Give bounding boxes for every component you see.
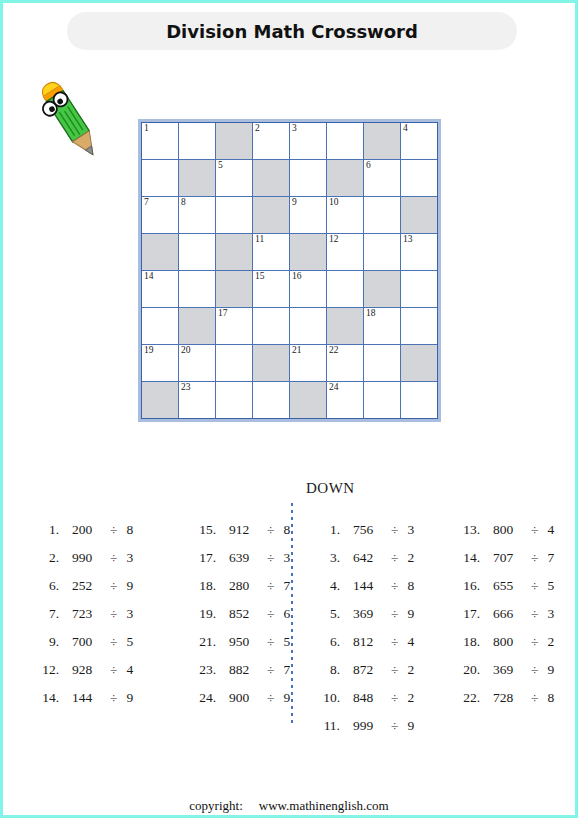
grid-cell-r6c7[interactable]: 18	[364, 308, 400, 344]
divide-icon: ÷	[267, 522, 274, 538]
down-header: DOWN	[306, 480, 355, 497]
clue-item-12: 12.928÷4	[29, 656, 133, 684]
divide-icon: ÷	[391, 634, 398, 650]
clue-dividend: 912	[229, 522, 261, 538]
clue-divisor: 9	[547, 662, 554, 678]
grid-cell-r8c8[interactable]	[401, 382, 437, 418]
cell-clue-number: 12	[329, 234, 339, 245]
across-list-col1: 1.200÷82.990÷36.252÷97.723÷39.700÷512.92…	[29, 516, 133, 712]
cell-clue-number: 6	[366, 160, 371, 171]
clue-number: 20.	[450, 662, 480, 678]
down-list-col1: 1.756÷33.642÷24.144÷85.369÷96.812÷48.872…	[310, 516, 414, 740]
grid-cell-r4c8[interactable]: 13	[401, 234, 437, 270]
clue-divisor: 3	[407, 522, 414, 538]
clue-divisor: 9	[407, 718, 414, 734]
clue-item-11: 11.999÷9	[310, 712, 414, 740]
site-url: www.mathinenglish.com	[259, 798, 389, 814]
crossword-grid-frame: 123456789101112131415161718192021222324	[138, 119, 441, 422]
clue-dividend: 928	[72, 662, 104, 678]
divide-icon: ÷	[531, 578, 538, 594]
grid-cell-r3c2[interactable]: 8	[179, 197, 215, 233]
cell-clue-number: 18	[366, 308, 376, 319]
cell-clue-number: 11	[255, 234, 264, 245]
clue-item-4: 4.144÷8	[310, 572, 414, 600]
cell-clue-number: 13	[403, 234, 413, 245]
grid-cell-r2c3[interactable]: 5	[216, 160, 252, 196]
divide-icon: ÷	[110, 522, 117, 538]
clue-number: 22.	[450, 690, 480, 706]
cell-clue-number: 1	[144, 123, 149, 134]
grid-cell-r8c7[interactable]	[364, 382, 400, 418]
clue-dividend: 848	[353, 690, 385, 706]
grid-cell-r7c4	[253, 345, 289, 381]
divide-icon: ÷	[267, 606, 274, 622]
grid-cell-r2c7[interactable]: 6	[364, 160, 400, 196]
clue-item-21: 21.950÷5	[186, 628, 290, 656]
clue-number: 24.	[186, 690, 216, 706]
clue-dividend: 900	[229, 690, 261, 706]
clue-item-18: 18.800÷2	[450, 628, 554, 656]
cell-clue-number: 5	[218, 160, 223, 171]
grid-cell-r4c1	[142, 234, 178, 270]
clue-dividend: 707	[493, 550, 525, 566]
grid-cell-r3c3[interactable]	[216, 197, 252, 233]
clue-number: 14.	[29, 690, 59, 706]
clue-divisor: 9	[126, 578, 133, 594]
clue-item-1: 1.200÷8	[29, 516, 133, 544]
clue-item-6: 6.812÷4	[310, 628, 414, 656]
divide-icon: ÷	[267, 662, 274, 678]
clue-dividend: 700	[72, 634, 104, 650]
grid-cell-r3c7[interactable]	[364, 197, 400, 233]
clue-divider	[291, 503, 293, 725]
clue-number: 15.	[186, 522, 216, 538]
clue-item-5: 5.369÷9	[310, 600, 414, 628]
divide-icon: ÷	[110, 634, 117, 650]
grid-cell-r8c1	[142, 382, 178, 418]
grid-cell-r2c8[interactable]	[401, 160, 437, 196]
clue-item-6: 6.252÷9	[29, 572, 133, 600]
clue-number: 11.	[310, 718, 340, 734]
worksheet-page: Division Math Crossword 1234567891011121…	[0, 0, 578, 818]
grid-cell-r1c1[interactable]: 1	[142, 123, 178, 159]
cell-clue-number: 15	[255, 271, 265, 282]
grid-cell-r2c2	[179, 160, 215, 196]
grid-cell-r2c1[interactable]	[142, 160, 178, 196]
clue-divisor: 3	[126, 550, 133, 566]
clue-divisor: 7	[547, 550, 554, 566]
clue-item-13: 13.800÷4	[450, 516, 554, 544]
clue-number: 9.	[29, 634, 59, 650]
clue-number: 6.	[310, 634, 340, 650]
down-list-col2: 13.800÷414.707÷716.655÷517.666÷318.800÷2…	[450, 516, 554, 712]
clue-number: 12.	[29, 662, 59, 678]
clue-number: 5.	[310, 606, 340, 622]
clue-item-23: 23.882÷7	[186, 656, 290, 684]
clue-dividend: 872	[353, 662, 385, 678]
grid-cell-r5c6[interactable]	[327, 271, 363, 307]
grid-cell-r5c2[interactable]	[179, 271, 215, 307]
clue-dividend: 800	[493, 522, 525, 538]
divide-icon: ÷	[391, 550, 398, 566]
clue-dividend: 642	[353, 550, 385, 566]
clue-divisor: 9	[407, 606, 414, 622]
cell-clue-number: 9	[292, 197, 297, 208]
grid-cell-r5c1[interactable]: 14	[142, 271, 178, 307]
clue-divisor: 4	[407, 634, 414, 650]
clue-divisor: 2	[407, 690, 414, 706]
cell-clue-number: 23	[181, 382, 191, 393]
grid-cell-r4c2[interactable]	[179, 234, 215, 270]
clue-divisor: 9	[126, 690, 133, 706]
divide-icon: ÷	[531, 550, 538, 566]
divide-icon: ÷	[391, 662, 398, 678]
clue-number: 23.	[186, 662, 216, 678]
clue-dividend: 728	[493, 690, 525, 706]
across-list-col2: 15.912÷817.639÷318.280÷719.852÷621.950÷5…	[186, 516, 290, 712]
grid-cell-r4c3	[216, 234, 252, 270]
grid-cell-r5c3	[216, 271, 252, 307]
grid-cell-r1c3	[216, 123, 252, 159]
clue-item-10: 10.848÷2	[310, 684, 414, 712]
clue-dividend: 723	[72, 606, 104, 622]
grid-cell-r8c5	[290, 382, 326, 418]
grid-cell-r3c1[interactable]: 7	[142, 197, 178, 233]
clue-divisor: 9	[283, 690, 290, 706]
clue-number: 2.	[29, 550, 59, 566]
grid-cell-r1c4[interactable]: 2	[253, 123, 289, 159]
clue-item-16: 16.655÷5	[450, 572, 554, 600]
grid-cell-r4c5	[290, 234, 326, 270]
cell-clue-number: 22	[329, 345, 339, 356]
copyright-label: copyright:	[189, 798, 242, 814]
grid-cell-r8c6[interactable]: 24	[327, 382, 363, 418]
clue-number: 13.	[450, 522, 480, 538]
divide-icon: ÷	[391, 606, 398, 622]
clue-dividend: 852	[229, 606, 261, 622]
clue-divisor: 8	[126, 522, 133, 538]
grid-cell-r4c4[interactable]: 11	[253, 234, 289, 270]
grid-cell-r6c1[interactable]	[142, 308, 178, 344]
cell-clue-number: 24	[329, 382, 339, 393]
clue-dividend: 144	[72, 690, 104, 706]
clue-divisor: 8	[547, 690, 554, 706]
clue-dividend: 639	[229, 550, 261, 566]
grid-cell-r4c6[interactable]: 12	[327, 234, 363, 270]
divide-icon: ÷	[110, 550, 117, 566]
grid-cell-r1c7	[364, 123, 400, 159]
cell-clue-number: 8	[181, 197, 186, 208]
clue-divisor: 2	[407, 550, 414, 566]
grid-cell-r6c8[interactable]	[401, 308, 437, 344]
grid-cell-r8c4[interactable]	[253, 382, 289, 418]
clue-divisor: 6	[283, 606, 290, 622]
clue-item-8: 8.872÷2	[310, 656, 414, 684]
divide-icon: ÷	[531, 606, 538, 622]
divide-icon: ÷	[267, 690, 274, 706]
grid-cell-r7c3[interactable]	[216, 345, 252, 381]
grid-cell-r5c7	[364, 271, 400, 307]
divide-icon: ÷	[531, 634, 538, 650]
grid-cell-r8c2[interactable]: 23	[179, 382, 215, 418]
grid-cell-r7c6[interactable]: 22	[327, 345, 363, 381]
divide-icon: ÷	[391, 522, 398, 538]
clue-number: 21.	[186, 634, 216, 650]
clue-number: 1.	[310, 522, 340, 538]
divide-icon: ÷	[391, 578, 398, 594]
clue-number: 19.	[186, 606, 216, 622]
divide-icon: ÷	[110, 690, 117, 706]
clue-dividend: 144	[353, 578, 385, 594]
clue-item-2: 2.990÷3	[29, 544, 133, 572]
clue-number: 7.	[29, 606, 59, 622]
clue-item-3: 3.642÷2	[310, 544, 414, 572]
clue-number: 18.	[186, 578, 216, 594]
clue-item-17: 17.666÷3	[450, 600, 554, 628]
clue-dividend: 655	[493, 578, 525, 594]
clue-item-15: 15.912÷8	[186, 516, 290, 544]
grid-cell-r1c8[interactable]: 4	[401, 123, 437, 159]
grid-cell-r2c5[interactable]	[290, 160, 326, 196]
divide-icon: ÷	[267, 634, 274, 650]
cell-clue-number: 3	[292, 123, 297, 134]
clue-item-1: 1.756÷3	[310, 516, 414, 544]
cell-clue-number: 16	[292, 271, 302, 282]
clue-dividend: 999	[353, 718, 385, 734]
clue-number: 18.	[450, 634, 480, 650]
clue-dividend: 756	[353, 522, 385, 538]
clue-item-22: 22.728÷8	[450, 684, 554, 712]
divide-icon: ÷	[391, 690, 398, 706]
page-title: Division Math Crossword	[166, 21, 418, 42]
clue-number: 14.	[450, 550, 480, 566]
clue-number: 6.	[29, 578, 59, 594]
cell-clue-number: 19	[144, 345, 154, 356]
clue-number: 8.	[310, 662, 340, 678]
clue-dividend: 280	[229, 578, 261, 594]
pencil-mascot-icon	[31, 73, 111, 173]
footer: copyright: www.mathinenglish.com	[3, 798, 575, 814]
divide-icon: ÷	[110, 662, 117, 678]
clue-item-20: 20.369÷9	[450, 656, 554, 684]
clue-dividend: 990	[72, 550, 104, 566]
clue-divisor: 2	[407, 662, 414, 678]
grid-cell-r2c4	[253, 160, 289, 196]
clue-number: 1.	[29, 522, 59, 538]
grid-cell-r7c7[interactable]	[364, 345, 400, 381]
cell-clue-number: 20	[181, 345, 191, 356]
divide-icon: ÷	[110, 606, 117, 622]
grid-cell-r5c8[interactable]	[401, 271, 437, 307]
clue-number: 4.	[310, 578, 340, 594]
grid-cell-r5c5[interactable]: 16	[290, 271, 326, 307]
grid-cell-r6c4[interactable]	[253, 308, 289, 344]
clue-divisor: 5	[547, 578, 554, 594]
grid-cell-r1c5[interactable]: 3	[290, 123, 326, 159]
clue-dividend: 369	[353, 606, 385, 622]
grid-cell-r7c2[interactable]: 20	[179, 345, 215, 381]
grid-cell-r3c8	[401, 197, 437, 233]
grid-cell-r5c4[interactable]: 15	[253, 271, 289, 307]
clue-divisor: 2	[547, 634, 554, 650]
cell-clue-number: 2	[255, 123, 260, 134]
clue-item-14: 14.707÷7	[450, 544, 554, 572]
divide-icon: ÷	[531, 690, 538, 706]
clue-divisor: 3	[547, 606, 554, 622]
clue-dividend: 252	[72, 578, 104, 594]
clue-divisor: 8	[407, 578, 414, 594]
clue-divisor: 8	[283, 522, 290, 538]
grid-cell-r6c6	[327, 308, 363, 344]
divide-icon: ÷	[531, 662, 538, 678]
cell-clue-number: 21	[292, 345, 302, 356]
clue-item-19: 19.852÷6	[186, 600, 290, 628]
grid-cell-r6c3[interactable]: 17	[216, 308, 252, 344]
clue-number: 3.	[310, 550, 340, 566]
cell-clue-number: 14	[144, 271, 154, 282]
clue-item-17: 17.639÷3	[186, 544, 290, 572]
clue-dividend: 812	[353, 634, 385, 650]
grid-cell-r7c8	[401, 345, 437, 381]
clue-item-14: 14.144÷9	[29, 684, 133, 712]
clue-number: 17.	[186, 550, 216, 566]
clue-dividend: 369	[493, 662, 525, 678]
clue-dividend: 950	[229, 634, 261, 650]
clue-item-18: 18.280÷7	[186, 572, 290, 600]
clue-number: 16.	[450, 578, 480, 594]
divide-icon: ÷	[531, 522, 538, 538]
clue-divisor: 5	[126, 634, 133, 650]
grid-cell-r1c2[interactable]	[179, 123, 215, 159]
clue-item-7: 7.723÷3	[29, 600, 133, 628]
grid-cell-r7c1[interactable]: 19	[142, 345, 178, 381]
clue-dividend: 666	[493, 606, 525, 622]
divide-icon: ÷	[391, 718, 398, 734]
grid-cell-r3c5[interactable]: 9	[290, 197, 326, 233]
clue-dividend: 200	[72, 522, 104, 538]
clue-divisor: 7	[283, 662, 290, 678]
cell-clue-number: 10	[329, 197, 339, 208]
divide-icon: ÷	[110, 578, 117, 594]
cell-clue-number: 4	[403, 123, 408, 134]
clue-divisor: 5	[283, 634, 290, 650]
cell-clue-number: 7	[144, 197, 149, 208]
clue-number: 10.	[310, 690, 340, 706]
cell-clue-number: 17	[218, 308, 228, 319]
clue-divisor: 4	[126, 662, 133, 678]
grid-cell-r1c6[interactable]	[327, 123, 363, 159]
clue-divisor: 7	[283, 578, 290, 594]
clue-number: 17.	[450, 606, 480, 622]
grid-cell-r8c3[interactable]	[216, 382, 252, 418]
divide-icon: ÷	[267, 550, 274, 566]
grid-cell-r3c4	[253, 197, 289, 233]
clue-dividend: 882	[229, 662, 261, 678]
clue-divisor: 3	[126, 606, 133, 622]
grid-cell-r6c5[interactable]	[290, 308, 326, 344]
grid-cell-r3c6[interactable]: 10	[327, 197, 363, 233]
clue-item-24: 24.900÷9	[186, 684, 290, 712]
grid-cell-r4c7[interactable]	[364, 234, 400, 270]
clue-dividend: 800	[493, 634, 525, 650]
crossword-grid: 123456789101112131415161718192021222324	[141, 122, 438, 419]
clue-divisor: 4	[547, 522, 554, 538]
clue-divisor: 3	[283, 550, 290, 566]
divide-icon: ÷	[267, 578, 274, 594]
grid-cell-r2c6	[327, 160, 363, 196]
clue-item-9: 9.700÷5	[29, 628, 133, 656]
grid-cell-r7c5[interactable]: 21	[290, 345, 326, 381]
title-pill: Division Math Crossword	[67, 12, 517, 50]
grid-cell-r6c2	[179, 308, 215, 344]
